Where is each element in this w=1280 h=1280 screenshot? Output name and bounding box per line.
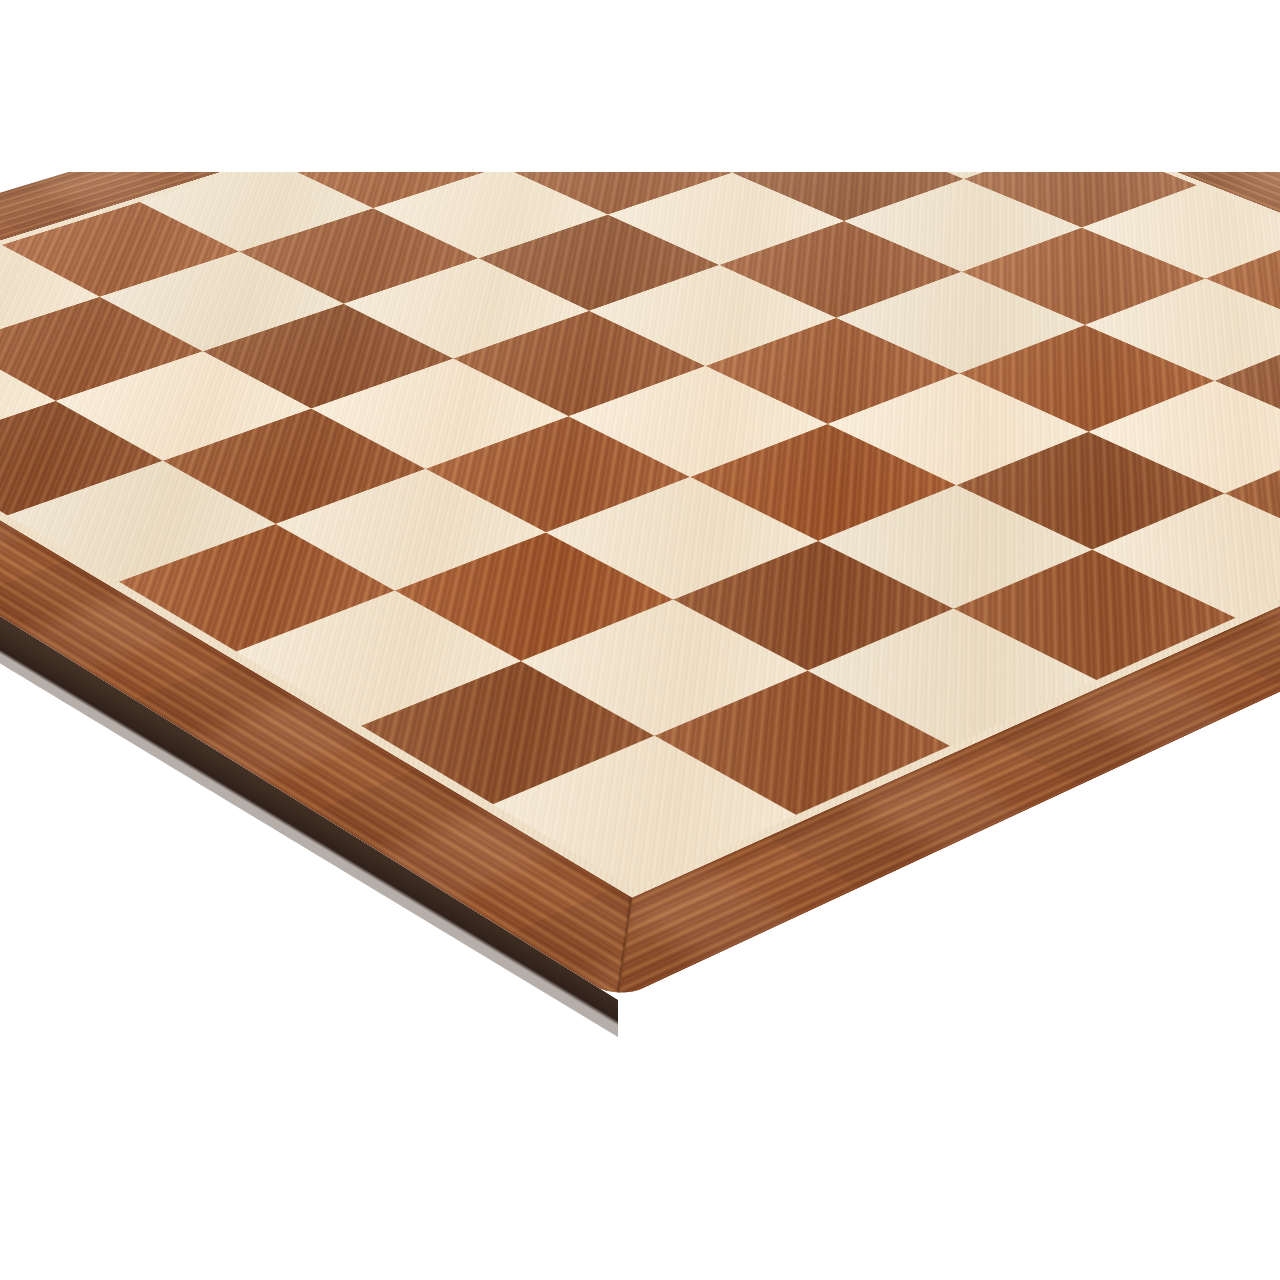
- board-surface: [0, 172, 1280, 1000]
- photo-crop: [0, 172, 1280, 1280]
- chessboard: [0, 172, 1280, 1000]
- product-photo-canvas: [0, 0, 1280, 1280]
- scene-3d: [0, 172, 1280, 1280]
